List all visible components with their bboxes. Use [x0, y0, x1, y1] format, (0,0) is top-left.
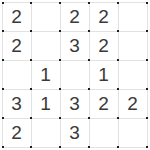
cell-r3c1[interactable] [2, 60, 31, 89]
lattice-dot-r0c0 [2, 2, 4, 4]
lattice-dot-r5c0 [2, 146, 4, 148]
cell-r1c3[interactable]: 2 [60, 2, 89, 31]
lattice-dot-r4c1 [30, 117, 32, 119]
lattice-dot-r1c3 [88, 30, 90, 32]
lattice-dot-r5c1 [30, 146, 32, 148]
lattice-dot-r3c2 [59, 88, 61, 90]
cell-r5c4[interactable] [89, 118, 118, 147]
lattice-dot-r3c5 [146, 88, 148, 90]
cell-r2c1[interactable]: 2 [2, 31, 31, 60]
cell-r3c3[interactable] [60, 60, 89, 89]
lattice-dot-r5c4 [117, 146, 119, 148]
lattice-dot-r4c0 [2, 117, 4, 119]
lattice-dot-r0c3 [88, 2, 90, 4]
cell-r5c5[interactable] [118, 118, 147, 147]
lattice-dot-r2c5 [146, 59, 148, 61]
lattice-dot-r3c1 [30, 88, 32, 90]
lattice-dot-r5c5 [146, 146, 148, 148]
lattice-dot-r4c4 [117, 117, 119, 119]
cell-r4c4[interactable]: 2 [89, 89, 118, 118]
cell-r1c4[interactable]: 2 [89, 2, 118, 31]
cell-r2c3[interactable]: 3 [60, 31, 89, 60]
lattice-dot-r5c3 [88, 146, 90, 148]
lattice-dot-r2c2 [59, 59, 61, 61]
cell-r3c5[interactable] [118, 60, 147, 89]
cell-r5c3[interactable]: 3 [60, 118, 89, 147]
lattice-dot-r4c3 [88, 117, 90, 119]
cell-r4c5[interactable]: 2 [118, 89, 147, 118]
cell-r1c5[interactable] [118, 2, 147, 31]
lattice-dot-r2c1 [30, 59, 32, 61]
cell-r4c2[interactable]: 1 [31, 89, 60, 118]
lattice-dot-r0c1 [30, 2, 32, 4]
cell-r3c2[interactable]: 1 [31, 60, 60, 89]
cell-r4c3[interactable]: 3 [60, 89, 89, 118]
slitherlink-board: 222232113132223 [2, 2, 148, 148]
lattice-dot-r4c2 [59, 117, 61, 119]
cell-r1c2[interactable] [31, 2, 60, 31]
cell-r2c2[interactable] [31, 31, 60, 60]
cell-r4c1[interactable]: 3 [2, 89, 31, 118]
lattice-dot-r1c1 [30, 30, 32, 32]
lattice-dot-r1c4 [117, 30, 119, 32]
cell-r5c1[interactable]: 2 [2, 118, 31, 147]
lattice-dot-r3c4 [117, 88, 119, 90]
lattice-dot-r1c2 [59, 30, 61, 32]
cell-r1c1[interactable]: 2 [2, 2, 31, 31]
lattice-dot-r3c0 [2, 88, 4, 90]
lattice-dot-r3c3 [88, 88, 90, 90]
lattice-dot-r2c0 [2, 59, 4, 61]
lattice-dot-r0c2 [59, 2, 61, 4]
lattice-dot-r2c4 [117, 59, 119, 61]
lattice-dot-r0c5 [146, 2, 148, 4]
lattice-dot-r0c4 [117, 2, 119, 4]
cell-r3c4[interactable]: 1 [89, 60, 118, 89]
lattice-dot-r2c3 [88, 59, 90, 61]
cell-r2c4[interactable]: 2 [89, 31, 118, 60]
lattice-dot-r1c5 [146, 30, 148, 32]
lattice-dot-r4c5 [146, 117, 148, 119]
lattice-dot-r1c0 [2, 30, 4, 32]
cell-r2c5[interactable] [118, 31, 147, 60]
cell-r5c2[interactable] [31, 118, 60, 147]
lattice-dot-r5c2 [59, 146, 61, 148]
grid-line-vertical [147, 2, 148, 148]
grid-line-horizontal [2, 147, 148, 148]
